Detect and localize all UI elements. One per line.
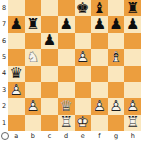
piece-black-pawn: ♟ [41,33,58,49]
square-f2[interactable]: ♟♙ [91,98,108,114]
file-label-f: f [91,131,108,141]
square-h6[interactable] [124,33,141,49]
square-a6[interactable] [8,33,25,49]
square-d3[interactable] [58,82,75,98]
piece-white-king: ♚♔ [75,115,92,131]
file-label-d: d [58,131,75,141]
square-g8[interactable] [108,0,125,16]
square-g3[interactable] [108,82,125,98]
square-h1[interactable]: ♜♖ [124,115,141,131]
square-d1[interactable]: ♜♖ [58,115,75,131]
file-label-b: b [25,131,42,141]
square-c1[interactable] [41,115,58,131]
square-a7[interactable]: ♟ [8,16,25,32]
square-b6[interactable] [25,33,42,49]
square-f4[interactable] [91,66,108,82]
square-c7[interactable] [41,16,58,32]
piece-white-pawn: ♟♙ [124,98,141,114]
rank-label-1: 1 [0,115,8,131]
chess-diagram: 87654321 ♚♝♜♟♜♟♟♟♟♟♞♘♟♙♝♗♛♟♙♟♙♛♕♟♙♟♙♟♙♜♖… [0,0,141,141]
square-b5[interactable]: ♞♘ [25,49,42,65]
square-f5[interactable] [91,49,108,65]
square-f1[interactable] [91,115,108,131]
square-h3[interactable] [124,82,141,98]
square-c6[interactable]: ♟ [41,33,58,49]
square-b8[interactable] [25,0,42,16]
square-f8[interactable]: ♝ [91,0,108,16]
piece-white-knight: ♞♘ [25,49,42,65]
square-f3[interactable] [91,82,108,98]
file-label-a: a [8,131,25,141]
square-h2[interactable]: ♟♙ [124,98,141,114]
chess-board: ♚♝♜♟♜♟♟♟♟♟♞♘♟♙♝♗♛♟♙♟♙♛♕♟♙♟♙♟♙♜♖♚♔♜♖ [8,0,141,131]
square-b1[interactable] [25,115,42,131]
square-a8[interactable] [8,0,25,16]
piece-black-pawn: ♟ [58,16,75,32]
rank-label-4: 4 [0,66,8,82]
piece-white-bishop: ♝♗ [108,49,125,65]
square-g2[interactable]: ♟♙ [108,98,125,114]
white-to-move-indicator [1,132,9,140]
square-c2[interactable] [41,98,58,114]
square-g4[interactable] [108,66,125,82]
square-e4[interactable] [75,66,92,82]
piece-white-rook: ♜♖ [124,115,141,131]
square-e8[interactable]: ♚ [75,0,92,16]
square-h7[interactable]: ♟ [124,16,141,32]
square-f7[interactable]: ♟ [91,16,108,32]
square-b7[interactable]: ♜ [25,16,42,32]
piece-white-rook: ♜♖ [58,115,75,131]
square-b3[interactable] [25,82,42,98]
square-a5[interactable] [8,49,25,65]
square-g7[interactable]: ♟ [108,16,125,32]
file-label-g: g [108,131,125,141]
square-e1[interactable]: ♚♔ [75,115,92,131]
piece-black-queen: ♛ [8,66,25,82]
piece-black-pawn: ♟ [91,16,108,32]
square-e2[interactable] [75,98,92,114]
square-e6[interactable] [75,33,92,49]
rank-label-2: 2 [0,98,8,114]
square-a2[interactable] [8,98,25,114]
piece-white-queen: ♛♕ [58,98,75,114]
piece-black-bishop: ♝ [91,0,108,16]
piece-black-rook: ♜ [25,16,42,32]
file-label-c: c [41,131,58,141]
square-d2[interactable]: ♛♕ [58,98,75,114]
piece-white-pawn: ♟♙ [91,98,108,114]
rank-label-7: 7 [0,16,8,32]
square-a1[interactable] [8,115,25,131]
square-h4[interactable] [124,66,141,82]
rank-label-8: 8 [0,0,8,16]
square-b2[interactable]: ♟♙ [25,98,42,114]
piece-black-king: ♚ [75,0,92,16]
piece-black-pawn: ♟ [108,16,125,32]
piece-white-pawn: ♟♙ [8,82,25,98]
rank-label-5: 5 [0,49,8,65]
square-d5[interactable] [58,49,75,65]
square-a4[interactable]: ♛ [8,66,25,82]
rank-label-3: 3 [0,82,8,98]
square-g5[interactable]: ♝♗ [108,49,125,65]
square-c5[interactable] [41,49,58,65]
square-e5[interactable]: ♟♙ [75,49,92,65]
file-labels: abcdefgh [8,131,141,141]
square-f6[interactable] [91,33,108,49]
piece-black-pawn: ♟ [124,16,141,32]
square-d6[interactable] [58,33,75,49]
square-a3[interactable]: ♟♙ [8,82,25,98]
square-e3[interactable] [75,82,92,98]
piece-white-pawn: ♟♙ [108,98,125,114]
piece-black-pawn: ♟ [8,16,25,32]
piece-black-rook: ♜ [124,0,141,16]
square-b4[interactable] [25,66,42,82]
square-c3[interactable] [41,82,58,98]
piece-white-pawn: ♟♙ [75,49,92,65]
square-d7[interactable]: ♟ [58,16,75,32]
square-c8[interactable] [41,0,58,16]
file-label-e: e [75,131,92,141]
file-label-h: h [124,131,141,141]
square-c4[interactable] [41,66,58,82]
piece-white-pawn: ♟♙ [25,98,42,114]
square-g6[interactable] [108,33,125,49]
rank-label-6: 6 [0,33,8,49]
square-d4[interactable] [58,66,75,82]
rank-labels: 87654321 [0,0,8,131]
square-g1[interactable] [108,115,125,131]
square-d8[interactable] [58,0,75,16]
square-h8[interactable]: ♜ [124,0,141,16]
square-e7[interactable] [75,16,92,32]
square-h5[interactable] [124,49,141,65]
